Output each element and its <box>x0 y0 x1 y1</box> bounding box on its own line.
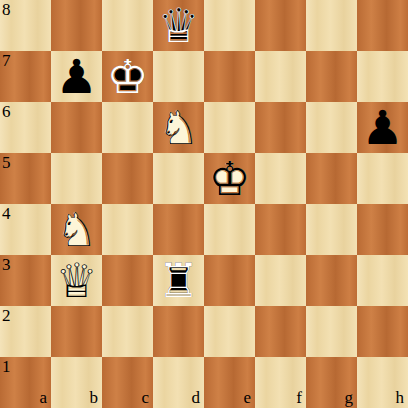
square-h8[interactable] <box>357 0 408 51</box>
black-queen[interactable]: ♛♕ <box>153 0 204 51</box>
square-e3[interactable] <box>204 255 255 306</box>
black-pawn[interactable]: ♟ <box>357 102 408 153</box>
square-c5[interactable] <box>102 153 153 204</box>
white-knight[interactable]: ♞♘ <box>153 102 204 153</box>
square-a8[interactable]: 8 <box>0 0 51 51</box>
white-king[interactable]: ♚♔ <box>204 153 255 204</box>
square-b7[interactable]: ♟ <box>51 51 102 102</box>
black-king[interactable]: ♚♔ <box>102 51 153 102</box>
square-h6[interactable]: ♟ <box>357 102 408 153</box>
square-b8[interactable] <box>51 0 102 51</box>
square-g2[interactable] <box>306 306 357 357</box>
black-pawn-fill-glyph: ♟ <box>357 102 408 153</box>
file-label-e: e <box>243 389 251 406</box>
rank-label-5: 5 <box>2 154 11 171</box>
square-c3[interactable] <box>102 255 153 306</box>
square-g8[interactable] <box>306 0 357 51</box>
black-rook-outline-glyph: ♖ <box>153 255 204 306</box>
white-queen-outline-glyph: ♕ <box>51 255 102 306</box>
rank-label-4: 4 <box>2 205 11 222</box>
square-f4[interactable] <box>255 204 306 255</box>
rank-label-2: 2 <box>2 307 11 324</box>
square-d5[interactable] <box>153 153 204 204</box>
square-g6[interactable] <box>306 102 357 153</box>
square-c8[interactable] <box>102 0 153 51</box>
square-h3[interactable] <box>357 255 408 306</box>
file-label-d: d <box>192 389 201 406</box>
square-b2[interactable] <box>51 306 102 357</box>
file-label-g: g <box>345 389 354 406</box>
rank-label-7: 7 <box>2 52 11 69</box>
square-a4[interactable]: 4 <box>0 204 51 255</box>
square-b6[interactable] <box>51 102 102 153</box>
square-d2[interactable] <box>153 306 204 357</box>
square-a1[interactable]: 1a <box>0 357 51 408</box>
square-h4[interactable] <box>357 204 408 255</box>
white-knight-outline-glyph: ♘ <box>51 204 102 255</box>
square-f5[interactable] <box>255 153 306 204</box>
square-a2[interactable]: 2 <box>0 306 51 357</box>
rank-label-3: 3 <box>2 256 11 273</box>
square-g7[interactable] <box>306 51 357 102</box>
square-b5[interactable] <box>51 153 102 204</box>
square-f7[interactable] <box>255 51 306 102</box>
black-pawn-fill-glyph: ♟ <box>51 51 102 102</box>
square-g3[interactable] <box>306 255 357 306</box>
chess-board: 8♛♕7♟♚♔6♞♘♟5♚♔4♞♘3♛♕♜♖21abcdefgh <box>0 0 408 408</box>
square-d3[interactable]: ♜♖ <box>153 255 204 306</box>
square-f3[interactable] <box>255 255 306 306</box>
square-h2[interactable] <box>357 306 408 357</box>
white-knight-outline-glyph: ♘ <box>153 102 204 153</box>
black-queen-outline-glyph: ♕ <box>153 0 204 51</box>
square-f1[interactable]: f <box>255 357 306 408</box>
square-c7[interactable]: ♚♔ <box>102 51 153 102</box>
square-g4[interactable] <box>306 204 357 255</box>
square-a3[interactable]: 3 <box>0 255 51 306</box>
square-g1[interactable]: g <box>306 357 357 408</box>
square-f6[interactable] <box>255 102 306 153</box>
square-c4[interactable] <box>102 204 153 255</box>
square-a7[interactable]: 7 <box>0 51 51 102</box>
white-knight[interactable]: ♞♘ <box>51 204 102 255</box>
square-d8[interactable]: ♛♕ <box>153 0 204 51</box>
white-king-outline-glyph: ♔ <box>204 153 255 204</box>
rank-label-1: 1 <box>2 358 11 375</box>
square-f8[interactable] <box>255 0 306 51</box>
square-c6[interactable] <box>102 102 153 153</box>
square-f2[interactable] <box>255 306 306 357</box>
black-pawn[interactable]: ♟ <box>51 51 102 102</box>
file-label-a: a <box>39 389 47 406</box>
black-rook[interactable]: ♜♖ <box>153 255 204 306</box>
square-e7[interactable] <box>204 51 255 102</box>
file-label-f: f <box>296 389 302 406</box>
square-a5[interactable]: 5 <box>0 153 51 204</box>
square-e6[interactable] <box>204 102 255 153</box>
square-e4[interactable] <box>204 204 255 255</box>
file-label-b: b <box>90 389 99 406</box>
white-queen[interactable]: ♛♕ <box>51 255 102 306</box>
black-king-outline-glyph: ♔ <box>102 51 153 102</box>
square-g5[interactable] <box>306 153 357 204</box>
square-h1[interactable]: h <box>357 357 408 408</box>
square-c2[interactable] <box>102 306 153 357</box>
square-b3[interactable]: ♛♕ <box>51 255 102 306</box>
file-label-c: c <box>141 389 149 406</box>
square-b1[interactable]: b <box>51 357 102 408</box>
square-c1[interactable]: c <box>102 357 153 408</box>
square-d6[interactable]: ♞♘ <box>153 102 204 153</box>
file-label-h: h <box>396 389 405 406</box>
square-a6[interactable]: 6 <box>0 102 51 153</box>
square-e2[interactable] <box>204 306 255 357</box>
square-d4[interactable] <box>153 204 204 255</box>
square-e5[interactable]: ♚♔ <box>204 153 255 204</box>
square-d7[interactable] <box>153 51 204 102</box>
square-b4[interactable]: ♞♘ <box>51 204 102 255</box>
square-h7[interactable] <box>357 51 408 102</box>
square-h5[interactable] <box>357 153 408 204</box>
square-e8[interactable] <box>204 0 255 51</box>
square-e1[interactable]: e <box>204 357 255 408</box>
square-d1[interactable]: d <box>153 357 204 408</box>
rank-label-6: 6 <box>2 103 11 120</box>
rank-label-8: 8 <box>2 1 11 18</box>
